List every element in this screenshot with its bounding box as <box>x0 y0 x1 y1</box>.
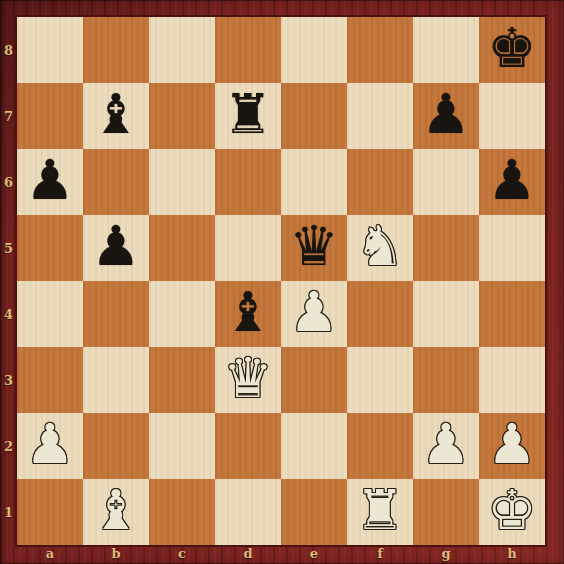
square-e1[interactable] <box>281 479 347 545</box>
rank-label-8: 8 <box>0 17 17 83</box>
square-b7[interactable]: ♝ <box>83 83 149 149</box>
square-a5[interactable] <box>17 215 83 281</box>
square-e8[interactable] <box>281 17 347 83</box>
piece-white-pawn[interactable]: ♟ <box>413 413 479 479</box>
square-a7[interactable] <box>17 83 83 149</box>
rank-labels: 87654321 <box>0 17 17 545</box>
rank-label-7: 7 <box>0 83 17 149</box>
rank-label-3: 3 <box>0 347 17 413</box>
square-b6[interactable] <box>83 149 149 215</box>
square-d2[interactable] <box>215 413 281 479</box>
square-b1[interactable]: ♝ <box>83 479 149 545</box>
square-e4[interactable]: ♟ <box>281 281 347 347</box>
piece-black-queen[interactable]: ♛ <box>281 215 347 281</box>
piece-black-pawn[interactable]: ♟ <box>479 149 545 215</box>
square-g8[interactable] <box>413 17 479 83</box>
square-h3[interactable] <box>479 347 545 413</box>
square-h6[interactable]: ♟ <box>479 149 545 215</box>
square-b3[interactable] <box>83 347 149 413</box>
square-d1[interactable] <box>215 479 281 545</box>
file-label-d: d <box>215 544 281 564</box>
square-c4[interactable] <box>149 281 215 347</box>
piece-white-king[interactable]: ♚ <box>479 479 545 545</box>
square-f8[interactable] <box>347 17 413 83</box>
square-f3[interactable] <box>347 347 413 413</box>
rank-label-5: 5 <box>0 215 17 281</box>
square-c6[interactable] <box>149 149 215 215</box>
square-g3[interactable] <box>413 347 479 413</box>
square-f2[interactable] <box>347 413 413 479</box>
rank-label-1: 1 <box>0 479 17 545</box>
square-a1[interactable] <box>17 479 83 545</box>
piece-black-bishop[interactable]: ♝ <box>83 83 149 149</box>
rank-label-4: 4 <box>0 281 17 347</box>
square-g2[interactable]: ♟ <box>413 413 479 479</box>
square-b4[interactable] <box>83 281 149 347</box>
square-a3[interactable] <box>17 347 83 413</box>
square-f7[interactable] <box>347 83 413 149</box>
square-f4[interactable] <box>347 281 413 347</box>
square-g1[interactable] <box>413 479 479 545</box>
square-h7[interactable] <box>479 83 545 149</box>
square-e2[interactable] <box>281 413 347 479</box>
file-label-h: h <box>479 544 545 564</box>
square-g6[interactable] <box>413 149 479 215</box>
square-f1[interactable]: ♜ <box>347 479 413 545</box>
piece-white-bishop[interactable]: ♝ <box>83 479 149 545</box>
piece-white-pawn[interactable]: ♟ <box>281 281 347 347</box>
square-f5[interactable]: ♞ <box>347 215 413 281</box>
square-a8[interactable] <box>17 17 83 83</box>
file-label-e: e <box>281 544 347 564</box>
square-b8[interactable] <box>83 17 149 83</box>
square-c8[interactable] <box>149 17 215 83</box>
square-e6[interactable] <box>281 149 347 215</box>
square-h8[interactable]: ♚ <box>479 17 545 83</box>
square-a6[interactable]: ♟ <box>17 149 83 215</box>
board: ♚♝♜♟♟♟♟♛♞♝♟♛♟♟♟♝♜♚ <box>17 17 545 545</box>
piece-black-king[interactable]: ♚ <box>479 17 545 83</box>
piece-black-pawn[interactable]: ♟ <box>83 215 149 281</box>
square-a2[interactable]: ♟ <box>17 413 83 479</box>
square-e5[interactable]: ♛ <box>281 215 347 281</box>
square-e3[interactable] <box>281 347 347 413</box>
square-h2[interactable]: ♟ <box>479 413 545 479</box>
square-h5[interactable] <box>479 215 545 281</box>
square-d8[interactable] <box>215 17 281 83</box>
square-h4[interactable] <box>479 281 545 347</box>
rank-label-6: 6 <box>0 149 17 215</box>
square-c5[interactable] <box>149 215 215 281</box>
file-labels: abcdefgh <box>17 544 545 564</box>
square-d7[interactable]: ♜ <box>215 83 281 149</box>
piece-white-knight[interactable]: ♞ <box>347 215 413 281</box>
file-label-b: b <box>83 544 149 564</box>
square-g5[interactable] <box>413 215 479 281</box>
square-c2[interactable] <box>149 413 215 479</box>
square-c7[interactable] <box>149 83 215 149</box>
square-g7[interactable]: ♟ <box>413 83 479 149</box>
square-d4[interactable]: ♝ <box>215 281 281 347</box>
piece-white-pawn[interactable]: ♟ <box>17 413 83 479</box>
square-d6[interactable] <box>215 149 281 215</box>
piece-black-pawn[interactable]: ♟ <box>17 149 83 215</box>
square-g4[interactable] <box>413 281 479 347</box>
file-label-c: c <box>149 544 215 564</box>
square-f6[interactable] <box>347 149 413 215</box>
chessboard-frame: ♚♝♜♟♟♟♟♛♞♝♟♛♟♟♟♝♜♚ 87654321 abcdefgh <box>0 0 564 564</box>
file-label-f: f <box>347 544 413 564</box>
piece-black-bishop[interactable]: ♝ <box>215 281 281 347</box>
square-b5[interactable]: ♟ <box>83 215 149 281</box>
square-b2[interactable] <box>83 413 149 479</box>
square-c1[interactable] <box>149 479 215 545</box>
rank-label-2: 2 <box>0 413 17 479</box>
piece-white-pawn[interactable]: ♟ <box>479 413 545 479</box>
file-label-g: g <box>413 544 479 564</box>
piece-white-rook[interactable]: ♜ <box>347 479 413 545</box>
piece-white-queen[interactable]: ♛ <box>215 347 281 413</box>
square-d5[interactable] <box>215 215 281 281</box>
piece-black-rook[interactable]: ♜ <box>215 83 281 149</box>
square-e7[interactable] <box>281 83 347 149</box>
square-a4[interactable] <box>17 281 83 347</box>
piece-black-pawn[interactable]: ♟ <box>413 83 479 149</box>
square-h1[interactable]: ♚ <box>479 479 545 545</box>
square-c3[interactable] <box>149 347 215 413</box>
square-d3[interactable]: ♛ <box>215 347 281 413</box>
file-label-a: a <box>17 544 83 564</box>
